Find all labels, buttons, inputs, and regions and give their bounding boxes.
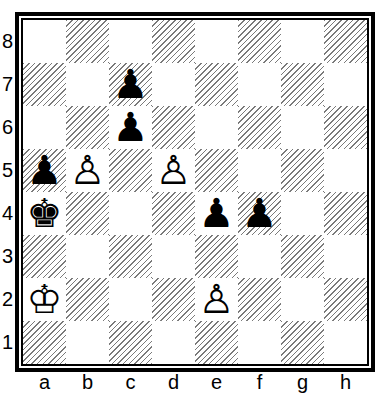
square-c3[interactable] <box>109 235 152 278</box>
square-d8[interactable] <box>152 20 195 63</box>
file-label-e: e <box>195 372 238 393</box>
square-c6[interactable]: ♟ <box>109 106 152 149</box>
square-f2[interactable] <box>238 278 281 321</box>
file-label-g: g <box>281 372 324 393</box>
square-b2[interactable] <box>66 278 109 321</box>
file-label-d: d <box>152 372 195 393</box>
black-pawn-c6[interactable]: ♟ <box>109 106 152 149</box>
square-e3[interactable] <box>195 235 238 278</box>
square-d3[interactable] <box>152 235 195 278</box>
rank-label-1: 1 <box>0 321 15 364</box>
square-b5[interactable]: ♙ <box>66 149 109 192</box>
square-g2[interactable] <box>281 278 324 321</box>
square-d4[interactable] <box>152 192 195 235</box>
square-a4[interactable]: ♚ <box>23 192 66 235</box>
square-h1[interactable] <box>324 321 367 364</box>
square-g7[interactable] <box>281 63 324 106</box>
square-b6[interactable] <box>66 106 109 149</box>
white-pawn-d5[interactable]: ♙ <box>152 149 195 192</box>
square-c2[interactable] <box>109 278 152 321</box>
square-a8[interactable] <box>23 20 66 63</box>
square-g1[interactable] <box>281 321 324 364</box>
rank-label-7: 7 <box>0 63 15 106</box>
square-h7[interactable] <box>324 63 367 106</box>
square-a1[interactable] <box>23 321 66 364</box>
file-label-b: b <box>66 372 109 393</box>
square-g5[interactable] <box>281 149 324 192</box>
square-f3[interactable] <box>238 235 281 278</box>
board-frame: ♟♟♟♙♙♚♟♟♔♙ <box>15 12 375 372</box>
square-b3[interactable] <box>66 235 109 278</box>
square-f8[interactable] <box>238 20 281 63</box>
square-h8[interactable] <box>324 20 367 63</box>
square-c5[interactable] <box>109 149 152 192</box>
square-c7[interactable]: ♟ <box>109 63 152 106</box>
square-g4[interactable] <box>281 192 324 235</box>
chess-board: ♟♟♟♙♙♚♟♟♔♙ <box>23 20 367 364</box>
square-c4[interactable] <box>109 192 152 235</box>
rank-label-4: 4 <box>0 192 15 235</box>
square-g6[interactable] <box>281 106 324 149</box>
square-a6[interactable] <box>23 106 66 149</box>
square-a2[interactable]: ♔ <box>23 278 66 321</box>
square-e6[interactable] <box>195 106 238 149</box>
square-e4[interactable]: ♟ <box>195 192 238 235</box>
square-d6[interactable] <box>152 106 195 149</box>
square-f4[interactable]: ♟ <box>238 192 281 235</box>
white-pawn-b5[interactable]: ♙ <box>66 149 109 192</box>
square-d2[interactable] <box>152 278 195 321</box>
square-g8[interactable] <box>281 20 324 63</box>
file-label-a: a <box>23 372 66 393</box>
square-g3[interactable] <box>281 235 324 278</box>
chess-diagram: 87654321 ♟♟♟♙♙♚♟♟♔♙ abcdefgh <box>0 0 387 394</box>
square-h3[interactable] <box>324 235 367 278</box>
square-h6[interactable] <box>324 106 367 149</box>
square-c8[interactable] <box>109 20 152 63</box>
square-h2[interactable] <box>324 278 367 321</box>
square-e1[interactable] <box>195 321 238 364</box>
square-a3[interactable] <box>23 235 66 278</box>
rank-label-5: 5 <box>0 149 15 192</box>
square-d7[interactable] <box>152 63 195 106</box>
square-d1[interactable] <box>152 321 195 364</box>
white-king-a2[interactable]: ♔ <box>23 278 66 321</box>
square-f5[interactable] <box>238 149 281 192</box>
square-e8[interactable] <box>195 20 238 63</box>
white-pawn-e2[interactable]: ♙ <box>195 278 238 321</box>
square-b1[interactable] <box>66 321 109 364</box>
square-h5[interactable] <box>324 149 367 192</box>
black-pawn-c7[interactable]: ♟ <box>109 63 152 106</box>
square-f6[interactable] <box>238 106 281 149</box>
rank-label-3: 3 <box>0 235 15 278</box>
square-h4[interactable] <box>324 192 367 235</box>
square-a7[interactable] <box>23 63 66 106</box>
square-e7[interactable] <box>195 63 238 106</box>
black-king-a4[interactable]: ♚ <box>23 192 66 235</box>
file-label-h: h <box>324 372 367 393</box>
rank-label-2: 2 <box>0 278 15 321</box>
square-f7[interactable] <box>238 63 281 106</box>
black-pawn-e4[interactable]: ♟ <box>195 192 238 235</box>
black-pawn-a5[interactable]: ♟ <box>23 149 66 192</box>
rank-labels: 87654321 <box>0 20 15 364</box>
file-labels: abcdefgh <box>23 372 367 393</box>
square-b7[interactable] <box>66 63 109 106</box>
file-label-c: c <box>109 372 152 393</box>
square-f1[interactable] <box>238 321 281 364</box>
rank-label-8: 8 <box>0 20 15 63</box>
file-label-f: f <box>238 372 281 393</box>
square-b4[interactable] <box>66 192 109 235</box>
square-e2[interactable]: ♙ <box>195 278 238 321</box>
square-e5[interactable] <box>195 149 238 192</box>
square-d5[interactable]: ♙ <box>152 149 195 192</box>
square-c1[interactable] <box>109 321 152 364</box>
board-inner-border: ♟♟♟♙♙♚♟♟♔♙ <box>21 18 369 366</box>
black-pawn-f4[interactable]: ♟ <box>238 192 281 235</box>
rank-label-6: 6 <box>0 106 15 149</box>
square-b8[interactable] <box>66 20 109 63</box>
square-a5[interactable]: ♟ <box>23 149 66 192</box>
